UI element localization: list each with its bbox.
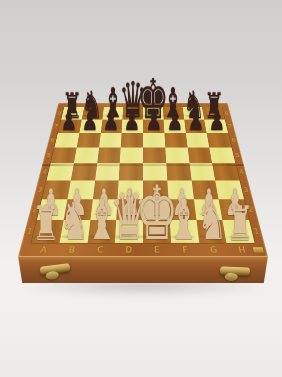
piece-white-knight-g1[interactable]: ♞	[197, 195, 227, 247]
brass-clasp-left	[40, 263, 71, 275]
piece-white-bishop-f1[interactable]: ♝	[168, 192, 200, 248]
piece-black-pawn-a7[interactable]: ♟	[61, 106, 78, 135]
brass-clasp-left-hook	[45, 271, 59, 281]
square-a4[interactable]	[46, 163, 73, 180]
square-b4[interactable]	[71, 163, 97, 180]
chess-box-front	[18, 256, 268, 283]
piece-black-pawn-h7[interactable]: ♟	[208, 106, 225, 135]
square-g5[interactable]	[187, 148, 212, 164]
piece-black-pawn-d7[interactable]: ♟	[124, 106, 141, 135]
square-g4[interactable]	[189, 163, 215, 180]
brass-clasp-right	[220, 266, 250, 275]
maker-emblem-icon	[253, 247, 264, 252]
square-a5[interactable]	[51, 148, 77, 164]
piece-black-pawn-f7[interactable]: ♟	[166, 106, 183, 135]
square-f5[interactable]	[165, 148, 189, 164]
piece-black-pawn-e7[interactable]: ♟	[145, 106, 162, 135]
piece-black-pawn-g7[interactable]: ♟	[187, 106, 204, 135]
photo-background: ABCDEFGH ABCDEFGH 87654321 87654321 ♜♞♝♛…	[0, 0, 282, 377]
piece-white-rook-a1[interactable]: ♜	[33, 198, 61, 246]
square-e5[interactable]	[143, 148, 166, 164]
board-fold-seam	[42, 164, 244, 165]
piece-white-rook-h1[interactable]: ♜	[226, 198, 254, 246]
square-b5[interactable]	[74, 148, 99, 164]
piece-black-pawn-c7[interactable]: ♟	[103, 106, 120, 135]
brass-clasp-right-hook	[225, 273, 238, 281]
piece-black-pawn-b7[interactable]: ♟	[82, 106, 99, 135]
square-d5[interactable]	[120, 148, 143, 164]
piece-white-knight-b1[interactable]: ♞	[59, 195, 89, 247]
square-c5[interactable]	[97, 148, 121, 164]
